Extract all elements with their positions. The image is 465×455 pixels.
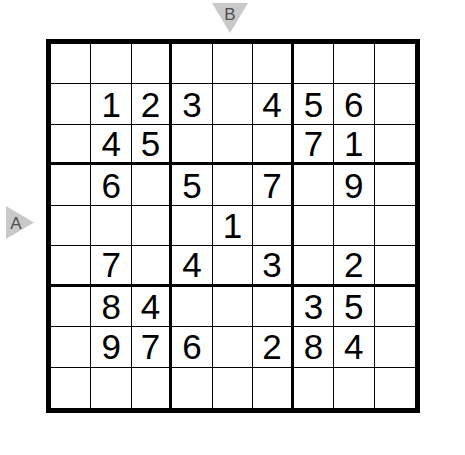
cell-r6c6[interactable]: 3 bbox=[253, 246, 293, 286]
cell-r1c5[interactable] bbox=[213, 44, 253, 84]
given-digit: 5 bbox=[141, 126, 160, 161]
given-digit: 9 bbox=[344, 168, 363, 203]
cell-r6c4[interactable]: 4 bbox=[172, 246, 212, 286]
cell-r6c5[interactable] bbox=[213, 246, 253, 286]
cell-r1c8[interactable] bbox=[334, 44, 374, 84]
marker-a: A bbox=[6, 206, 34, 239]
cell-r2c4[interactable]: 3 bbox=[172, 84, 212, 124]
given-digit: 8 bbox=[101, 289, 120, 324]
cell-r5c6[interactable] bbox=[253, 206, 293, 246]
cell-r3c7[interactable]: 7 bbox=[294, 125, 334, 165]
cell-r9c1[interactable] bbox=[51, 368, 91, 408]
cell-r7c4[interactable] bbox=[172, 287, 212, 327]
cell-r2c8[interactable]: 6 bbox=[334, 84, 374, 124]
cell-r4c4[interactable]: 5 bbox=[172, 165, 212, 205]
cell-r5c9[interactable] bbox=[375, 206, 415, 246]
cell-r3c3[interactable]: 5 bbox=[132, 125, 172, 165]
given-digit: 5 bbox=[304, 87, 323, 122]
cell-r5c8[interactable] bbox=[334, 206, 374, 246]
given-digit: 4 bbox=[141, 289, 160, 324]
right-triangle-icon: A bbox=[6, 206, 34, 239]
given-digit: 1 bbox=[101, 87, 120, 122]
given-digit: 7 bbox=[304, 126, 323, 161]
cell-r8c4[interactable]: 6 bbox=[172, 327, 212, 367]
sudoku-board: 12345645716579174328435976284 bbox=[46, 39, 420, 413]
cell-r3c6[interactable] bbox=[253, 125, 293, 165]
cell-r1c1[interactable] bbox=[51, 44, 91, 84]
cell-r9c4[interactable] bbox=[172, 368, 212, 408]
cell-r7c8[interactable]: 5 bbox=[334, 287, 374, 327]
cell-r4c9[interactable] bbox=[375, 165, 415, 205]
down-triangle-icon: B bbox=[212, 3, 248, 33]
cell-r8c1[interactable] bbox=[51, 327, 91, 367]
given-digit: 1 bbox=[223, 208, 242, 243]
given-digit: 2 bbox=[141, 87, 160, 122]
cell-r7c5[interactable] bbox=[213, 287, 253, 327]
given-digit: 7 bbox=[101, 247, 120, 282]
cell-r1c7[interactable] bbox=[294, 44, 334, 84]
marker-a-label: A bbox=[10, 214, 22, 233]
cell-r6c2[interactable]: 7 bbox=[91, 246, 131, 286]
cell-r9c3[interactable] bbox=[132, 368, 172, 408]
cell-r9c9[interactable] bbox=[375, 368, 415, 408]
given-digit: 6 bbox=[101, 168, 120, 203]
cell-r6c8[interactable]: 2 bbox=[334, 246, 374, 286]
given-digit: 2 bbox=[262, 329, 281, 364]
given-digit: 4 bbox=[262, 87, 281, 122]
given-digit: 3 bbox=[182, 87, 201, 122]
cell-r9c6[interactable] bbox=[253, 368, 293, 408]
given-digit: 7 bbox=[262, 168, 281, 203]
cell-r9c8[interactable] bbox=[334, 368, 374, 408]
given-digit: 5 bbox=[344, 289, 363, 324]
cell-r8c9[interactable] bbox=[375, 327, 415, 367]
puzzle-page: B A 12345645716579174328435976284 bbox=[0, 0, 465, 455]
cell-r2c9[interactable] bbox=[375, 84, 415, 124]
cell-r5c4[interactable] bbox=[172, 206, 212, 246]
cell-r1c3[interactable] bbox=[132, 44, 172, 84]
given-digit: 6 bbox=[182, 329, 201, 364]
cell-r8c8[interactable]: 4 bbox=[334, 327, 374, 367]
cell-r2c5[interactable] bbox=[213, 84, 253, 124]
given-digit: 3 bbox=[262, 247, 281, 282]
cell-r5c5[interactable]: 1 bbox=[213, 206, 253, 246]
cell-r7c1[interactable] bbox=[51, 287, 91, 327]
cell-r2c2[interactable]: 1 bbox=[91, 84, 131, 124]
cell-r2c6[interactable]: 4 bbox=[253, 84, 293, 124]
cell-r3c4[interactable] bbox=[172, 125, 212, 165]
cell-r4c8[interactable]: 9 bbox=[334, 165, 374, 205]
given-digit: 7 bbox=[141, 329, 160, 364]
cell-r2c7[interactable]: 5 bbox=[294, 84, 334, 124]
cell-r3c1[interactable] bbox=[51, 125, 91, 165]
given-digit: 2 bbox=[344, 247, 363, 282]
cell-r6c7[interactable] bbox=[294, 246, 334, 286]
cell-r5c1[interactable] bbox=[51, 206, 91, 246]
cell-r4c1[interactable] bbox=[51, 165, 91, 205]
cell-r3c2[interactable]: 4 bbox=[91, 125, 131, 165]
cell-r8c6[interactable]: 2 bbox=[253, 327, 293, 367]
given-digit: 6 bbox=[344, 87, 363, 122]
cell-r8c5[interactable] bbox=[213, 327, 253, 367]
cell-r3c9[interactable] bbox=[375, 125, 415, 165]
given-digit: 5 bbox=[182, 168, 201, 203]
cell-r5c2[interactable] bbox=[91, 206, 131, 246]
cell-r5c7[interactable] bbox=[294, 206, 334, 246]
cell-r9c2[interactable] bbox=[91, 368, 131, 408]
cell-r1c9[interactable] bbox=[375, 44, 415, 84]
cell-r2c1[interactable] bbox=[51, 84, 91, 124]
cell-r6c3[interactable] bbox=[132, 246, 172, 286]
cell-r4c3[interactable] bbox=[132, 165, 172, 205]
cell-r9c7[interactable] bbox=[294, 368, 334, 408]
given-digit: 9 bbox=[101, 329, 120, 364]
cell-r4c5[interactable] bbox=[213, 165, 253, 205]
cell-r8c7[interactable]: 8 bbox=[294, 327, 334, 367]
cell-r3c8[interactable]: 1 bbox=[334, 125, 374, 165]
cell-r8c3[interactable]: 7 bbox=[132, 327, 172, 367]
given-digit: 3 bbox=[304, 289, 323, 324]
cell-r1c2[interactable] bbox=[91, 44, 131, 84]
given-digit: 1 bbox=[344, 126, 363, 161]
cell-r4c6[interactable]: 7 bbox=[253, 165, 293, 205]
given-digit: 4 bbox=[101, 126, 120, 161]
cell-r7c6[interactable] bbox=[253, 287, 293, 327]
cell-r4c2[interactable]: 6 bbox=[91, 165, 131, 205]
cell-r7c7[interactable]: 3 bbox=[294, 287, 334, 327]
cell-r8c2[interactable]: 9 bbox=[91, 327, 131, 367]
given-digit: 4 bbox=[344, 329, 363, 364]
given-digit: 8 bbox=[304, 329, 323, 364]
given-digit: 4 bbox=[182, 247, 201, 282]
marker-b: B bbox=[212, 3, 248, 33]
cell-r7c9[interactable] bbox=[375, 287, 415, 327]
cell-r9c5[interactable] bbox=[213, 368, 253, 408]
cell-r7c2[interactable]: 8 bbox=[91, 287, 131, 327]
cell-r3c5[interactable] bbox=[213, 125, 253, 165]
cell-r2c3[interactable]: 2 bbox=[132, 84, 172, 124]
marker-b-label: B bbox=[224, 5, 235, 24]
cell-r6c9[interactable] bbox=[375, 246, 415, 286]
cell-r7c3[interactable]: 4 bbox=[132, 287, 172, 327]
cell-r1c4[interactable] bbox=[172, 44, 212, 84]
cell-r1c6[interactable] bbox=[253, 44, 293, 84]
cell-r5c3[interactable] bbox=[132, 206, 172, 246]
cell-r4c7[interactable] bbox=[294, 165, 334, 205]
cell-r6c1[interactable] bbox=[51, 246, 91, 286]
